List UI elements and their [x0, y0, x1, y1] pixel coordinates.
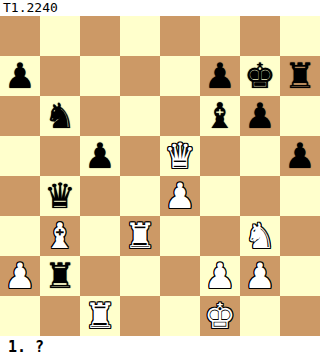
square-h4[interactable] [280, 176, 320, 216]
square-b3[interactable]: ♝ [40, 216, 80, 256]
square-f8[interactable] [200, 16, 240, 56]
square-b2[interactable]: ♜ [40, 256, 80, 296]
square-c8[interactable] [80, 16, 120, 56]
square-c4[interactable] [80, 176, 120, 216]
square-e5[interactable]: ♛ [160, 136, 200, 176]
square-g8[interactable] [240, 16, 280, 56]
square-a7[interactable]: ♟ [0, 56, 40, 96]
square-d6[interactable] [120, 96, 160, 136]
square-d7[interactable] [120, 56, 160, 96]
white-queen[interactable]: ♛ [164, 136, 195, 176]
square-a1[interactable] [0, 296, 40, 336]
square-d1[interactable] [120, 296, 160, 336]
black-pawn[interactable]: ♟ [284, 136, 315, 176]
square-g5[interactable] [240, 136, 280, 176]
square-h7[interactable]: ♜ [280, 56, 320, 96]
square-h3[interactable] [280, 216, 320, 256]
square-f4[interactable] [200, 176, 240, 216]
black-pawn[interactable]: ♟ [4, 56, 35, 96]
square-f7[interactable]: ♟ [200, 56, 240, 96]
square-f2[interactable]: ♟ [200, 256, 240, 296]
square-d2[interactable] [120, 256, 160, 296]
black-rook[interactable]: ♜ [44, 256, 75, 296]
square-b4[interactable]: ♛ [40, 176, 80, 216]
white-pawn[interactable]: ♟ [204, 256, 235, 296]
white-king[interactable]: ♚ [204, 296, 235, 336]
white-rook[interactable]: ♜ [84, 296, 115, 336]
puzzle-title: T1.2240 [0, 0, 320, 16]
square-e3[interactable] [160, 216, 200, 256]
black-pawn[interactable]: ♟ [204, 56, 235, 96]
square-f1[interactable]: ♚ [200, 296, 240, 336]
black-king[interactable]: ♚ [244, 56, 275, 96]
square-h1[interactable] [280, 296, 320, 336]
square-f6[interactable]: ♝ [200, 96, 240, 136]
move-prompt: 1. ? [0, 336, 320, 360]
square-b5[interactable] [40, 136, 80, 176]
square-g3[interactable]: ♞ [240, 216, 280, 256]
black-knight[interactable]: ♞ [44, 96, 75, 136]
square-b1[interactable] [40, 296, 80, 336]
square-g7[interactable]: ♚ [240, 56, 280, 96]
black-bishop[interactable]: ♝ [204, 96, 235, 136]
square-b7[interactable] [40, 56, 80, 96]
square-e4[interactable]: ♟ [160, 176, 200, 216]
square-d8[interactable] [120, 16, 160, 56]
square-e1[interactable] [160, 296, 200, 336]
square-g6[interactable]: ♟ [240, 96, 280, 136]
square-a6[interactable] [0, 96, 40, 136]
square-c5[interactable]: ♟ [80, 136, 120, 176]
square-h6[interactable] [280, 96, 320, 136]
chess-board: ♟♟♚♜♞♝♟♟♛♟♛♟♝♜♞♟♜♟♟♜♚ [0, 16, 320, 336]
square-c6[interactable] [80, 96, 120, 136]
square-h2[interactable] [280, 256, 320, 296]
white-pawn[interactable]: ♟ [164, 176, 195, 216]
square-d5[interactable] [120, 136, 160, 176]
black-pawn[interactable]: ♟ [84, 136, 115, 176]
black-rook[interactable]: ♜ [284, 56, 315, 96]
white-bishop[interactable]: ♝ [44, 216, 75, 256]
black-pawn[interactable]: ♟ [244, 96, 275, 136]
square-a4[interactable] [0, 176, 40, 216]
black-queen[interactable]: ♛ [44, 176, 75, 216]
square-a2[interactable]: ♟ [0, 256, 40, 296]
square-e2[interactable] [160, 256, 200, 296]
square-d4[interactable] [120, 176, 160, 216]
square-c1[interactable]: ♜ [80, 296, 120, 336]
square-e6[interactable] [160, 96, 200, 136]
square-g2[interactable]: ♟ [240, 256, 280, 296]
white-pawn[interactable]: ♟ [244, 256, 275, 296]
square-f5[interactable] [200, 136, 240, 176]
square-a8[interactable] [0, 16, 40, 56]
square-a3[interactable] [0, 216, 40, 256]
square-c7[interactable] [80, 56, 120, 96]
square-a5[interactable] [0, 136, 40, 176]
white-knight[interactable]: ♞ [244, 216, 275, 256]
white-rook[interactable]: ♜ [124, 216, 155, 256]
white-pawn[interactable]: ♟ [4, 256, 35, 296]
square-c2[interactable] [80, 256, 120, 296]
square-f3[interactable] [200, 216, 240, 256]
square-g4[interactable] [240, 176, 280, 216]
square-e8[interactable] [160, 16, 200, 56]
square-h5[interactable]: ♟ [280, 136, 320, 176]
square-g1[interactable] [240, 296, 280, 336]
square-b6[interactable]: ♞ [40, 96, 80, 136]
square-b8[interactable] [40, 16, 80, 56]
square-h8[interactable] [280, 16, 320, 56]
square-e7[interactable] [160, 56, 200, 96]
square-d3[interactable]: ♜ [120, 216, 160, 256]
square-c3[interactable] [80, 216, 120, 256]
